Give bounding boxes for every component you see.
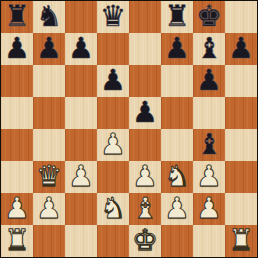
square-f8[interactable]: ♜	[161, 1, 193, 33]
black-pawn-icon[interactable]: ♟	[228, 32, 254, 64]
square-g1[interactable]	[193, 225, 225, 257]
white-bishop-icon[interactable]: ♝	[132, 192, 158, 224]
square-e5[interactable]: ♟	[129, 97, 161, 129]
square-b1[interactable]	[33, 225, 65, 257]
black-pawn-icon[interactable]: ♟	[100, 64, 126, 96]
square-h8[interactable]	[225, 1, 257, 33]
square-c7[interactable]: ♟	[65, 33, 97, 65]
square-e4[interactable]	[129, 129, 161, 161]
white-knight-icon[interactable]: ♞	[164, 160, 190, 192]
square-f2[interactable]: ♟	[161, 193, 193, 225]
square-h6[interactable]	[225, 65, 257, 97]
white-pawn-icon[interactable]: ♟	[100, 128, 126, 160]
square-h4[interactable]	[225, 129, 257, 161]
black-pawn-icon[interactable]: ♟	[132, 96, 158, 128]
square-d3[interactable]	[97, 161, 129, 193]
square-e7[interactable]	[129, 33, 161, 65]
white-pawn-icon[interactable]: ♟	[196, 192, 222, 224]
square-a4[interactable]	[1, 129, 33, 161]
white-queen-icon[interactable]: ♛	[36, 160, 62, 192]
white-rook-icon[interactable]: ♜	[228, 224, 254, 256]
white-pawn-icon[interactable]: ♟	[4, 192, 30, 224]
square-e6[interactable]	[129, 65, 161, 97]
square-b8[interactable]: ♞	[33, 1, 65, 33]
black-queen-icon[interactable]: ♛	[100, 0, 126, 32]
square-d7[interactable]	[97, 33, 129, 65]
square-f3[interactable]: ♞	[161, 161, 193, 193]
square-d2[interactable]: ♞	[97, 193, 129, 225]
square-a8[interactable]: ♜	[1, 1, 33, 33]
square-c6[interactable]	[65, 65, 97, 97]
white-pawn-icon[interactable]: ♟	[36, 192, 62, 224]
black-bishop-icon[interactable]: ♝	[196, 32, 222, 64]
square-c4[interactable]	[65, 129, 97, 161]
square-b4[interactable]	[33, 129, 65, 161]
square-f5[interactable]	[161, 97, 193, 129]
black-rook-icon[interactable]: ♜	[4, 0, 30, 32]
square-c8[interactable]	[65, 1, 97, 33]
square-f4[interactable]	[161, 129, 193, 161]
square-e8[interactable]	[129, 1, 161, 33]
black-knight-icon[interactable]: ♞	[36, 0, 62, 32]
square-h3[interactable]	[225, 161, 257, 193]
white-rook-icon[interactable]: ♜	[4, 224, 30, 256]
square-a2[interactable]: ♟	[1, 193, 33, 225]
square-a7[interactable]: ♟	[1, 33, 33, 65]
square-f6[interactable]	[161, 65, 193, 97]
square-h1[interactable]: ♜	[225, 225, 257, 257]
square-d6[interactable]: ♟	[97, 65, 129, 97]
white-pawn-icon[interactable]: ♟	[132, 160, 158, 192]
square-c3[interactable]: ♟	[65, 161, 97, 193]
square-c1[interactable]	[65, 225, 97, 257]
black-pawn-icon[interactable]: ♟	[4, 32, 30, 64]
square-d8[interactable]: ♛	[97, 1, 129, 33]
square-h5[interactable]	[225, 97, 257, 129]
square-b2[interactable]: ♟	[33, 193, 65, 225]
black-pawn-icon[interactable]: ♟	[36, 32, 62, 64]
square-f7[interactable]: ♟	[161, 33, 193, 65]
black-pawn-icon[interactable]: ♟	[196, 64, 222, 96]
white-king-icon[interactable]: ♚	[132, 224, 158, 256]
square-b6[interactable]	[33, 65, 65, 97]
square-d1[interactable]	[97, 225, 129, 257]
square-g4[interactable]: ♝	[193, 129, 225, 161]
square-g2[interactable]: ♟	[193, 193, 225, 225]
square-c5[interactable]	[65, 97, 97, 129]
square-a5[interactable]	[1, 97, 33, 129]
board-frame: ♜♞♛♜♚♟♟♟♟♝♟♟♟♟♟♝♛♟♟♞♟♟♟♞♝♟♟♜♚♜	[0, 0, 258, 258]
square-a3[interactable]	[1, 161, 33, 193]
square-a6[interactable]	[1, 65, 33, 97]
square-g6[interactable]: ♟	[193, 65, 225, 97]
black-king-icon[interactable]: ♚	[196, 0, 222, 32]
square-c2[interactable]	[65, 193, 97, 225]
black-pawn-icon[interactable]: ♟	[164, 32, 190, 64]
square-g5[interactable]	[193, 97, 225, 129]
square-d5[interactable]	[97, 97, 129, 129]
square-b5[interactable]	[33, 97, 65, 129]
square-e3[interactable]: ♟	[129, 161, 161, 193]
square-g7[interactable]: ♝	[193, 33, 225, 65]
square-e1[interactable]: ♚	[129, 225, 161, 257]
white-knight-icon[interactable]: ♞	[100, 192, 126, 224]
square-e2[interactable]: ♝	[129, 193, 161, 225]
square-f1[interactable]	[161, 225, 193, 257]
square-h2[interactable]	[225, 193, 257, 225]
black-rook-icon[interactable]: ♜	[164, 0, 190, 32]
square-g3[interactable]: ♟	[193, 161, 225, 193]
square-a1[interactable]: ♜	[1, 225, 33, 257]
square-b3[interactable]: ♛	[33, 161, 65, 193]
black-bishop-icon[interactable]: ♝	[196, 128, 222, 160]
square-d4[interactable]: ♟	[97, 129, 129, 161]
square-g8[interactable]: ♚	[193, 1, 225, 33]
white-pawn-icon[interactable]: ♟	[164, 192, 190, 224]
chess-board: ♜♞♛♜♚♟♟♟♟♝♟♟♟♟♟♝♛♟♟♞♟♟♟♞♝♟♟♜♚♜	[1, 1, 257, 257]
square-h7[interactable]: ♟	[225, 33, 257, 65]
white-pawn-icon[interactable]: ♟	[68, 160, 94, 192]
white-pawn-icon[interactable]: ♟	[196, 160, 222, 192]
square-b7[interactable]: ♟	[33, 33, 65, 65]
black-pawn-icon[interactable]: ♟	[68, 32, 94, 64]
